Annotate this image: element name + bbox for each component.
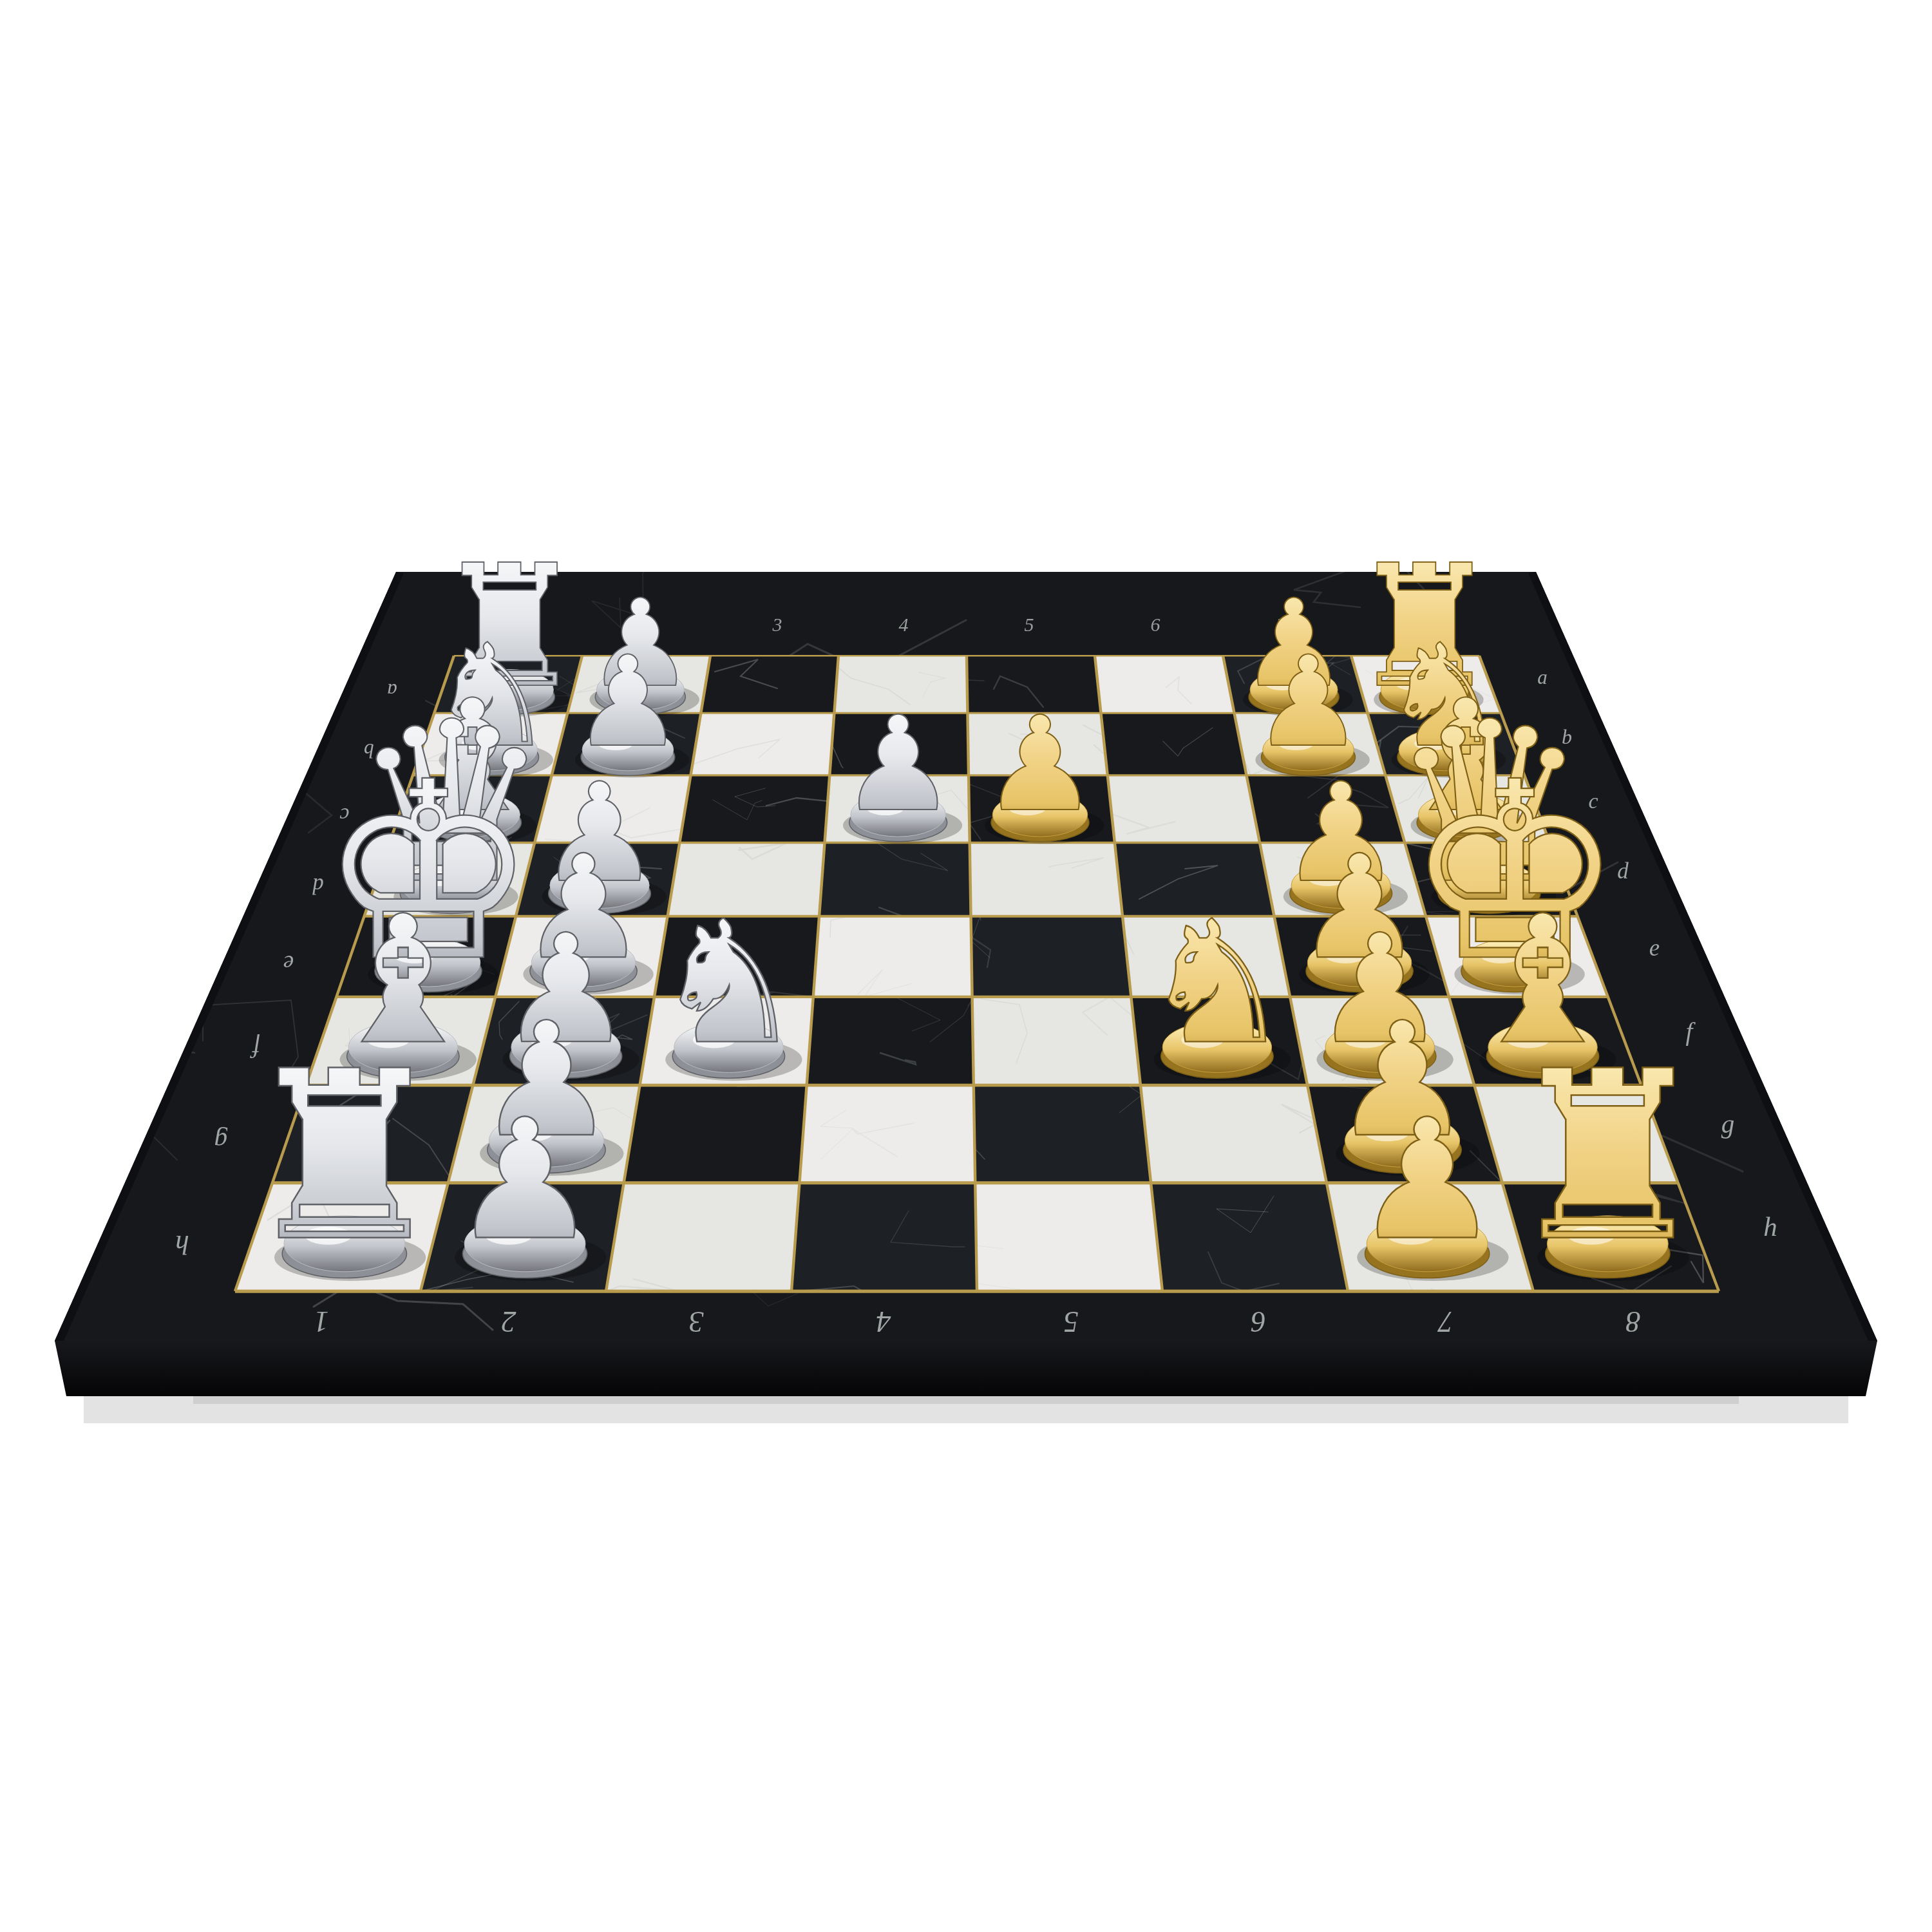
svg-text:♞: ♞	[1141, 884, 1293, 1081]
rank-label-front-4: 4	[876, 1305, 891, 1338]
rank-label-back-4: 4	[899, 614, 909, 635]
square-a6	[1095, 656, 1235, 713]
square-h4	[791, 1183, 977, 1291]
rank-label-front-1: 1	[314, 1305, 329, 1338]
piece-black-P-h7: ♟	[1352, 1083, 1508, 1280]
square-f5	[972, 997, 1141, 1085]
square-e4	[813, 916, 972, 997]
square-a3	[701, 656, 838, 713]
svg-text:♜: ♜	[1503, 1021, 1712, 1292]
svg-text:♟: ♟	[1352, 1083, 1501, 1276]
rank-label-back-6: 6	[1151, 614, 1160, 635]
svg-text:♟: ♟	[840, 688, 957, 840]
piece-black-P-c5: ♟	[981, 688, 1104, 844]
piece-white-P-h2: ♟	[450, 1083, 606, 1280]
svg-text:♞: ♞	[653, 884, 805, 1081]
square-h6	[1151, 1183, 1348, 1291]
piece-black-N-f6: ♞	[1141, 884, 1293, 1081]
rank-label-front-8: 8	[1626, 1305, 1641, 1338]
square-h3	[606, 1183, 799, 1291]
board-front-face	[55, 1341, 1877, 1396]
square-b6	[1101, 713, 1247, 775]
square-d4	[819, 843, 971, 916]
rank-label-front-3: 3	[689, 1305, 705, 1338]
square-e5	[971, 916, 1132, 997]
product-photo: 1122334455667788hhggffeeddccbbaa♜♟♜♟♞♟♞♟…	[0, 0, 1932, 1932]
file-label-left-e: e	[283, 951, 294, 977]
piece-white-N-f3: ♞	[653, 884, 805, 1081]
svg-text:♜: ♜	[240, 1021, 450, 1292]
square-h5	[975, 1183, 1162, 1291]
piece-black-R-h8: ♜	[1503, 1021, 1712, 1292]
rank-label-front-5: 5	[1064, 1305, 1079, 1338]
rank-label-back-5: 5	[1025, 614, 1034, 635]
rank-label-front-6: 6	[1251, 1305, 1266, 1338]
square-g4	[799, 1085, 975, 1183]
chess-board-scene: 1122334455667788hhggffeeddccbbaa♜♟♜♟♞♟♞♟…	[0, 0, 1932, 1932]
square-f4	[807, 997, 974, 1085]
square-g3	[624, 1085, 807, 1183]
square-d5	[970, 843, 1122, 916]
file-label-left-g: g	[214, 1127, 228, 1157]
piece-white-P-c4: ♟	[840, 688, 962, 844]
piece-white-R-h1: ♜	[240, 1021, 450, 1292]
square-g6	[1141, 1085, 1327, 1183]
square-g5	[974, 1085, 1151, 1183]
rank-label-front-2: 2	[502, 1305, 516, 1338]
rank-label-front-7: 7	[1437, 1305, 1454, 1338]
square-c3	[679, 775, 829, 843]
file-label-left-h: h	[175, 1230, 189, 1260]
svg-text:♟: ♟	[981, 688, 1099, 840]
file-label-right-g: g	[1721, 1109, 1735, 1139]
svg-text:♟: ♟	[450, 1083, 599, 1276]
file-label-right-e: e	[1649, 934, 1660, 961]
rank-label-back-3: 3	[772, 614, 782, 635]
file-label-right-h: h	[1763, 1211, 1777, 1242]
square-b3	[691, 713, 835, 775]
